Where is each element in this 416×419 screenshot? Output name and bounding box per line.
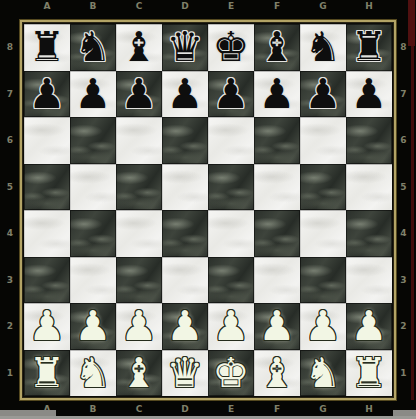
- files-bottom-b: B: [70, 404, 116, 416]
- piece-white-king-e1[interactable]: ♚: [213, 350, 250, 396]
- piece-white-pawn-h2[interactable]: ♟: [351, 303, 388, 349]
- ranks-left-5: 5: [2, 164, 18, 211]
- square-e7[interactable]: ♟: [208, 71, 254, 118]
- square-d7[interactable]: ♟: [162, 71, 208, 118]
- piece-white-pawn-d2[interactable]: ♟: [167, 303, 204, 349]
- square-c5[interactable]: [116, 164, 162, 211]
- square-d4[interactable]: [162, 210, 208, 257]
- square-h8[interactable]: ♜: [346, 24, 392, 71]
- square-a1[interactable]: ♜: [24, 350, 70, 397]
- square-g8[interactable]: ♞: [300, 24, 346, 71]
- files-bottom-g: G: [300, 404, 346, 416]
- files-top-e: E: [208, 1, 254, 13]
- square-e8[interactable]: ♚: [208, 24, 254, 71]
- chess-app-window: ABCDEFGH 87654321 87654321 ABCDEFGH ♜♞♝♛…: [0, 0, 416, 419]
- square-b3[interactable]: [70, 257, 116, 304]
- piece-white-pawn-a2[interactable]: ♟: [29, 303, 66, 349]
- square-f8[interactable]: ♝: [254, 24, 300, 71]
- square-f1[interactable]: ♝: [254, 350, 300, 397]
- square-h5[interactable]: [346, 164, 392, 211]
- square-e4[interactable]: [208, 210, 254, 257]
- square-h7[interactable]: ♟: [346, 71, 392, 118]
- square-g1[interactable]: ♞: [300, 350, 346, 397]
- square-b5[interactable]: [70, 164, 116, 211]
- piece-black-pawn-h7[interactable]: ♟: [351, 71, 388, 117]
- piece-white-rook-a1[interactable]: ♜: [29, 350, 66, 396]
- square-e5[interactable]: [208, 164, 254, 211]
- files-bottom-d: D: [162, 404, 208, 416]
- square-a7[interactable]: ♟: [24, 71, 70, 118]
- ranks-right-3: 3: [397, 257, 410, 304]
- piece-black-rook-a8[interactable]: ♜: [29, 24, 66, 70]
- piece-black-knight-b8[interactable]: ♞: [75, 24, 112, 70]
- square-e2[interactable]: ♟: [208, 303, 254, 350]
- piece-white-knight-b1[interactable]: ♞: [75, 350, 112, 396]
- piece-white-pawn-g2[interactable]: ♟: [305, 303, 342, 349]
- square-h2[interactable]: ♟: [346, 303, 392, 350]
- piece-black-pawn-b7[interactable]: ♟: [75, 71, 112, 117]
- ranks-left-4: 4: [2, 210, 18, 257]
- square-c2[interactable]: ♟: [116, 303, 162, 350]
- square-g6[interactable]: [300, 117, 346, 164]
- square-h4[interactable]: [346, 210, 392, 257]
- rank-labels-right: 87654321: [397, 24, 410, 396]
- ranks-right-6: 6: [397, 117, 410, 164]
- square-a2[interactable]: ♟: [24, 303, 70, 350]
- square-d2[interactable]: ♟: [162, 303, 208, 350]
- square-c8[interactable]: ♝: [116, 24, 162, 71]
- files-bottom-f: F: [254, 404, 300, 416]
- piece-white-rook-h1[interactable]: ♜: [351, 350, 388, 396]
- files-top-f: F: [254, 1, 300, 13]
- rank-labels-left: 87654321: [2, 24, 18, 396]
- square-c6[interactable]: [116, 117, 162, 164]
- square-b4[interactable]: [70, 210, 116, 257]
- ranks-right-1: 1: [397, 350, 410, 397]
- square-f7[interactable]: ♟: [254, 71, 300, 118]
- ranks-right-2: 2: [397, 303, 410, 350]
- piece-black-king-e8[interactable]: ♚: [213, 24, 250, 70]
- square-b2[interactable]: ♟: [70, 303, 116, 350]
- piece-black-pawn-a7[interactable]: ♟: [29, 71, 66, 117]
- square-e3[interactable]: [208, 257, 254, 304]
- piece-white-queen-d1[interactable]: ♛: [167, 350, 204, 396]
- square-g3[interactable]: [300, 257, 346, 304]
- square-b1[interactable]: ♞: [70, 350, 116, 397]
- piece-black-bishop-f8[interactable]: ♝: [259, 24, 296, 70]
- piece-white-pawn-f2[interactable]: ♟: [259, 303, 296, 349]
- ranks-left-2: 2: [2, 303, 18, 350]
- square-f5[interactable]: [254, 164, 300, 211]
- chess-board[interactable]: ♜♞♝♛♚♝♞♜♟♟♟♟♟♟♟♟♟♟♟♟♟♟♟♟♜♞♝♛♚♝♞♜: [24, 24, 392, 396]
- square-a3[interactable]: [24, 257, 70, 304]
- ranks-left-3: 3: [2, 257, 18, 304]
- square-h3[interactable]: [346, 257, 392, 304]
- ranks-left-1: 1: [2, 350, 18, 397]
- files-top-d: D: [162, 1, 208, 13]
- square-g2[interactable]: ♟: [300, 303, 346, 350]
- ranks-left-6: 6: [2, 117, 18, 164]
- piece-white-knight-g1[interactable]: ♞: [305, 350, 342, 396]
- square-f3[interactable]: [254, 257, 300, 304]
- board-frame: ♜♞♝♛♚♝♞♜♟♟♟♟♟♟♟♟♟♟♟♟♟♟♟♟♜♞♝♛♚♝♞♜: [20, 20, 396, 400]
- square-c7[interactable]: ♟: [116, 71, 162, 118]
- window-edge-maroon-line: [411, 46, 414, 400]
- square-f4[interactable]: [254, 210, 300, 257]
- files-top-h: H: [346, 1, 392, 13]
- square-c1[interactable]: ♝: [116, 350, 162, 397]
- files-top-b: B: [70, 1, 116, 13]
- square-d6[interactable]: [162, 117, 208, 164]
- square-b6[interactable]: [70, 117, 116, 164]
- square-f2[interactable]: ♟: [254, 303, 300, 350]
- square-h6[interactable]: [346, 117, 392, 164]
- square-e6[interactable]: [208, 117, 254, 164]
- ranks-left-7: 7: [2, 71, 18, 118]
- piece-black-queen-d8[interactable]: ♛: [167, 24, 204, 70]
- square-f6[interactable]: [254, 117, 300, 164]
- file-labels-top: ABCDEFGH: [24, 1, 392, 13]
- files-top-g: G: [300, 1, 346, 13]
- files-bottom-h: H: [346, 404, 392, 416]
- piece-black-bishop-c8[interactable]: ♝: [121, 24, 158, 70]
- square-a6[interactable]: [24, 117, 70, 164]
- files-top-c: C: [116, 1, 162, 13]
- ranks-right-5: 5: [397, 164, 410, 211]
- square-a4[interactable]: [24, 210, 70, 257]
- piece-white-bishop-c1[interactable]: ♝: [121, 350, 158, 396]
- square-d8[interactable]: ♛: [162, 24, 208, 71]
- piece-black-pawn-d7[interactable]: ♟: [167, 71, 204, 117]
- ranks-right-7: 7: [397, 71, 410, 118]
- square-g5[interactable]: [300, 164, 346, 211]
- piece-black-pawn-f7[interactable]: ♟: [259, 71, 296, 117]
- square-d5[interactable]: [162, 164, 208, 211]
- piece-white-bishop-f1[interactable]: ♝: [259, 350, 296, 396]
- square-b7[interactable]: ♟: [70, 71, 116, 118]
- file-labels-bottom: ABCDEFGH: [24, 404, 392, 416]
- ranks-right-4: 4: [397, 210, 410, 257]
- square-b8[interactable]: ♞: [70, 24, 116, 71]
- square-d1[interactable]: ♛: [162, 350, 208, 397]
- piece-black-pawn-c7[interactable]: ♟: [121, 71, 158, 117]
- square-g7[interactable]: ♟: [300, 71, 346, 118]
- files-top-a: A: [24, 1, 70, 13]
- piece-black-pawn-g7[interactable]: ♟: [305, 71, 342, 117]
- square-e1[interactable]: ♚: [208, 350, 254, 397]
- piece-white-pawn-e2[interactable]: ♟: [213, 303, 250, 349]
- piece-black-knight-g8[interactable]: ♞: [305, 24, 342, 70]
- square-c4[interactable]: [116, 210, 162, 257]
- square-g4[interactable]: [300, 210, 346, 257]
- square-h1[interactable]: ♜: [346, 350, 392, 397]
- ranks-left-8: 8: [2, 24, 18, 71]
- files-bottom-e: E: [208, 404, 254, 416]
- window-edge-maroon-top: [408, 0, 415, 46]
- piece-white-pawn-b2[interactable]: ♟: [75, 303, 112, 349]
- piece-white-pawn-c2[interactable]: ♟: [121, 303, 158, 349]
- square-d3[interactable]: [162, 257, 208, 304]
- square-a8[interactable]: ♜: [24, 24, 70, 71]
- square-a5[interactable]: [24, 164, 70, 211]
- files-bottom-c: C: [116, 404, 162, 416]
- square-c3[interactable]: [116, 257, 162, 304]
- piece-black-rook-h8[interactable]: ♜: [351, 24, 388, 70]
- piece-black-pawn-e7[interactable]: ♟: [213, 71, 250, 117]
